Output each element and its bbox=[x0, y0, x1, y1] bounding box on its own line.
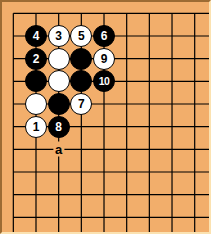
stone-move-number: 2 bbox=[33, 53, 40, 65]
stone-move-number: 10 bbox=[99, 76, 110, 87]
stone-black-6: 6 bbox=[93, 25, 115, 47]
stone-white-3: 3 bbox=[48, 25, 70, 47]
stone-black bbox=[70, 48, 92, 70]
stone-move-number: 1 bbox=[33, 121, 40, 133]
go-board: 43562910718a bbox=[0, 0, 211, 234]
stone-white bbox=[48, 70, 70, 92]
stone-move-number: 9 bbox=[101, 53, 108, 65]
stone-white-7: 7 bbox=[70, 93, 92, 115]
stone-move-number: 6 bbox=[101, 30, 108, 42]
stone-white-5: 5 bbox=[70, 25, 92, 47]
stone-move-number: 4 bbox=[33, 30, 40, 42]
stone-black-4: 4 bbox=[25, 25, 47, 47]
stone-black-10: 10 bbox=[93, 70, 115, 92]
stone-black bbox=[25, 70, 47, 92]
stone-move-number: 8 bbox=[55, 121, 62, 133]
stone-move-number: 3 bbox=[55, 30, 62, 42]
stone-white-9: 9 bbox=[93, 48, 115, 70]
stone-black-2: 2 bbox=[25, 48, 47, 70]
stone-move-number: 5 bbox=[78, 30, 85, 42]
stone-black bbox=[70, 70, 92, 92]
point-label-a: a bbox=[53, 142, 64, 157]
stone-black-8: 8 bbox=[48, 116, 70, 138]
stone-black bbox=[48, 93, 70, 115]
stone-move-number: 7 bbox=[78, 98, 85, 110]
stone-white bbox=[25, 93, 47, 115]
stone-white-1: 1 bbox=[25, 116, 47, 138]
stone-white bbox=[48, 48, 70, 70]
